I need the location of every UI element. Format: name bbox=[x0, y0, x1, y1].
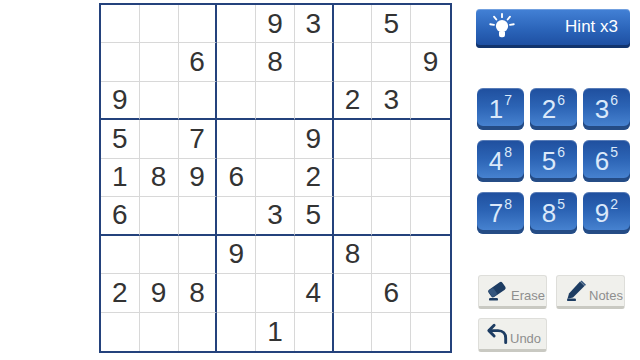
undo-label: Undo bbox=[510, 331, 541, 349]
sudoku-board: 9356899235791896263598298461 bbox=[99, 3, 452, 353]
numpad-button-2[interactable]: 26 bbox=[530, 88, 577, 130]
cell-r9c1[interactable] bbox=[101, 313, 140, 351]
cell-r3c5[interactable] bbox=[256, 82, 295, 120]
number-pad: 172636485665788592 bbox=[477, 88, 630, 234]
cell-r8c6[interactable]: 4 bbox=[295, 274, 334, 312]
cell-r6c5[interactable]: 3 bbox=[256, 197, 295, 235]
cell-r9c2[interactable] bbox=[140, 313, 179, 351]
cell-r4c5[interactable] bbox=[256, 120, 295, 158]
cell-r2c4[interactable] bbox=[217, 43, 256, 81]
numpad-remaining-count: 6 bbox=[557, 145, 565, 159]
cell-r1c4[interactable] bbox=[217, 5, 256, 43]
cell-r2c5[interactable]: 8 bbox=[256, 43, 295, 81]
cell-r8c7[interactable] bbox=[334, 274, 373, 312]
cell-r6c1[interactable]: 6 bbox=[101, 197, 140, 235]
cell-r5c3[interactable]: 9 bbox=[179, 159, 218, 197]
cell-r7c7[interactable]: 8 bbox=[334, 236, 373, 274]
cell-r6c2[interactable] bbox=[140, 197, 179, 235]
cell-r9c7[interactable] bbox=[334, 313, 373, 351]
numpad-digit: 8 bbox=[542, 200, 556, 226]
numpad-button-3[interactable]: 36 bbox=[583, 88, 630, 130]
cell-r1c1[interactable] bbox=[101, 5, 140, 43]
numpad-digit: 9 bbox=[595, 200, 609, 226]
cell-r3c9[interactable] bbox=[411, 82, 450, 120]
cell-r4c9[interactable] bbox=[411, 120, 450, 158]
cell-r3c1[interactable]: 9 bbox=[101, 82, 140, 120]
cell-r1c7[interactable] bbox=[334, 5, 373, 43]
cell-r9c5[interactable]: 1 bbox=[256, 313, 295, 351]
pencil-icon bbox=[563, 279, 589, 303]
numpad-button-5[interactable]: 56 bbox=[530, 140, 577, 182]
cell-r8c5[interactable] bbox=[256, 274, 295, 312]
undo-arrow-icon bbox=[485, 322, 510, 346]
cell-r2c3[interactable]: 6 bbox=[179, 43, 218, 81]
numpad-digit: 2 bbox=[542, 96, 556, 122]
numpad-button-1[interactable]: 17 bbox=[477, 88, 524, 130]
erase-label: Erase bbox=[511, 288, 545, 306]
numpad-button-6[interactable]: 65 bbox=[583, 140, 630, 182]
cell-r2c9[interactable]: 9 bbox=[411, 43, 450, 81]
cell-r3c4[interactable] bbox=[217, 82, 256, 120]
cell-r7c3[interactable] bbox=[179, 236, 218, 274]
cell-r9c4[interactable] bbox=[217, 313, 256, 351]
cell-r2c1[interactable] bbox=[101, 43, 140, 81]
cell-r2c2[interactable] bbox=[140, 43, 179, 81]
cell-r7c5[interactable] bbox=[256, 236, 295, 274]
cell-r8c9[interactable] bbox=[411, 274, 450, 312]
notes-label: Notes bbox=[589, 288, 623, 306]
numpad-digit: 3 bbox=[595, 96, 609, 122]
cell-r2c8[interactable] bbox=[372, 43, 411, 81]
cell-r9c9[interactable] bbox=[411, 313, 450, 351]
numpad-remaining-count: 6 bbox=[610, 93, 618, 107]
numpad-button-4[interactable]: 48 bbox=[477, 140, 524, 182]
sudoku-app: 9356899235791896263598298461 Hint x3 172… bbox=[0, 0, 640, 360]
cell-r6c9[interactable] bbox=[411, 197, 450, 235]
cell-r6c4[interactable] bbox=[217, 197, 256, 235]
cell-r4c2[interactable] bbox=[140, 120, 179, 158]
erase-button[interactable]: Erase bbox=[478, 275, 547, 309]
cell-r9c3[interactable] bbox=[179, 313, 218, 351]
numpad-remaining-count: 7 bbox=[504, 93, 512, 107]
cell-r4c3[interactable]: 7 bbox=[179, 120, 218, 158]
numpad-button-7[interactable]: 78 bbox=[477, 192, 524, 234]
cell-r1c3[interactable] bbox=[179, 5, 218, 43]
cell-r1c9[interactable] bbox=[411, 5, 450, 43]
hint-label: Hint x3 bbox=[565, 17, 618, 37]
cell-r8c3[interactable]: 8 bbox=[179, 274, 218, 312]
cell-r1c6[interactable]: 3 bbox=[295, 5, 334, 43]
hint-button[interactable]: Hint x3 bbox=[476, 9, 630, 48]
cell-r5c1[interactable]: 1 bbox=[101, 159, 140, 197]
cell-r4c8[interactable] bbox=[372, 120, 411, 158]
numpad-digit: 1 bbox=[489, 96, 503, 122]
numpad-digit: 6 bbox=[595, 148, 609, 174]
cell-r4c6[interactable]: 9 bbox=[295, 120, 334, 158]
cell-r9c8[interactable] bbox=[372, 313, 411, 351]
undo-button[interactable]: Undo bbox=[478, 318, 547, 352]
cell-r8c2[interactable]: 9 bbox=[140, 274, 179, 312]
cell-r3c6[interactable] bbox=[295, 82, 334, 120]
numpad-button-8[interactable]: 85 bbox=[530, 192, 577, 234]
cell-r7c6[interactable] bbox=[295, 236, 334, 274]
cell-r3c2[interactable] bbox=[140, 82, 179, 120]
cell-r8c1[interactable]: 2 bbox=[101, 274, 140, 312]
numpad-remaining-count: 2 bbox=[610, 197, 618, 211]
cell-r3c3[interactable] bbox=[179, 82, 218, 120]
cell-r1c5[interactable]: 9 bbox=[256, 5, 295, 43]
numpad-remaining-count: 8 bbox=[504, 197, 512, 211]
cell-r3c8[interactable]: 3 bbox=[372, 82, 411, 120]
numpad-button-9[interactable]: 92 bbox=[583, 192, 630, 234]
eraser-icon bbox=[485, 279, 511, 303]
cell-r5c5[interactable] bbox=[256, 159, 295, 197]
cell-r7c2[interactable] bbox=[140, 236, 179, 274]
cell-r4c4[interactable] bbox=[217, 120, 256, 158]
numpad-digit: 5 bbox=[542, 148, 556, 174]
cell-r6c3[interactable] bbox=[179, 197, 218, 235]
cell-r5c2[interactable]: 8 bbox=[140, 159, 179, 197]
cell-r8c8[interactable]: 6 bbox=[372, 274, 411, 312]
cell-r6c7[interactable] bbox=[334, 197, 373, 235]
cell-r5c4[interactable]: 6 bbox=[217, 159, 256, 197]
cell-r7c1[interactable] bbox=[101, 236, 140, 274]
cell-r3c7[interactable]: 2 bbox=[334, 82, 373, 120]
cell-r5c8[interactable] bbox=[372, 159, 411, 197]
cell-r4c7[interactable] bbox=[334, 120, 373, 158]
cell-r7c4[interactable]: 9 bbox=[217, 236, 256, 274]
cell-r8c4[interactable] bbox=[217, 274, 256, 312]
cell-r7c8[interactable] bbox=[372, 236, 411, 274]
cell-r7c9[interactable] bbox=[411, 236, 450, 274]
cell-r6c8[interactable] bbox=[372, 197, 411, 235]
notes-button[interactable]: Notes bbox=[556, 275, 625, 309]
cell-r2c6[interactable] bbox=[295, 43, 334, 81]
cell-r1c2[interactable] bbox=[140, 5, 179, 43]
lightbulb-icon bbox=[486, 12, 518, 43]
cell-r6c6[interactable]: 5 bbox=[295, 197, 334, 235]
numpad-digit: 7 bbox=[489, 200, 503, 226]
numpad-remaining-count: 5 bbox=[610, 145, 618, 159]
cell-r1c8[interactable]: 5 bbox=[372, 5, 411, 43]
cell-r5c9[interactable] bbox=[411, 159, 450, 197]
numpad-remaining-count: 6 bbox=[557, 93, 565, 107]
cell-r9c6[interactable] bbox=[295, 313, 334, 351]
cell-r2c7[interactable] bbox=[334, 43, 373, 81]
cell-r4c1[interactable]: 5 bbox=[101, 120, 140, 158]
numpad-remaining-count: 5 bbox=[557, 197, 565, 211]
cell-r5c6[interactable]: 2 bbox=[295, 159, 334, 197]
numpad-remaining-count: 8 bbox=[504, 145, 512, 159]
numpad-digit: 4 bbox=[489, 148, 503, 174]
cell-r5c7[interactable] bbox=[334, 159, 373, 197]
